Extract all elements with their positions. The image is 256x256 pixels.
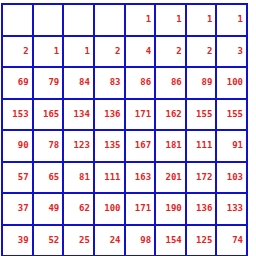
- grid-cell[interactable]: 83: [95, 68, 126, 100]
- grid-cell[interactable]: 65: [34, 163, 65, 195]
- grid-cell[interactable]: 57: [3, 163, 34, 195]
- grid-cell[interactable]: 201: [156, 163, 187, 195]
- grid-cell[interactable]: [34, 5, 65, 37]
- grid-cell[interactable]: 1: [156, 5, 187, 37]
- grid-cell[interactable]: 133: [217, 194, 248, 226]
- grid-cell[interactable]: 90: [3, 131, 34, 163]
- grid-cell[interactable]: 136: [95, 100, 126, 132]
- grid-cell[interactable]: 155: [217, 100, 248, 132]
- grid-cell[interactable]: 2: [95, 37, 126, 69]
- grid-cell[interactable]: 37: [3, 194, 34, 226]
- grid-cell[interactable]: 89: [187, 68, 218, 100]
- puzzle-grid: 1111211242236979848386868910015316513413…: [1, 3, 248, 256]
- grid-cell[interactable]: 86: [156, 68, 187, 100]
- grid-cell[interactable]: [64, 5, 95, 37]
- grid-cell[interactable]: 1: [187, 5, 218, 37]
- grid-cell[interactable]: 135: [95, 131, 126, 163]
- grid-cell[interactable]: 39: [3, 226, 34, 256]
- grid-cell[interactable]: 62: [64, 194, 95, 226]
- grid-cell[interactable]: 103: [217, 163, 248, 195]
- grid-cell[interactable]: 165: [34, 100, 65, 132]
- grid-cell[interactable]: 171: [126, 194, 157, 226]
- grid-cell[interactable]: 3: [217, 37, 248, 69]
- grid-cell[interactable]: 162: [156, 100, 187, 132]
- grid-cell[interactable]: 69: [3, 68, 34, 100]
- grid-cell[interactable]: 100: [95, 194, 126, 226]
- grid-cell[interactable]: 125: [187, 226, 218, 256]
- grid-cell[interactable]: 163: [126, 163, 157, 195]
- grid-cell[interactable]: 74: [217, 226, 248, 256]
- grid-cell[interactable]: 79: [34, 68, 65, 100]
- grid-cell[interactable]: 78: [34, 131, 65, 163]
- grid-cell[interactable]: 84: [64, 68, 95, 100]
- grid-cell[interactable]: 153: [3, 100, 34, 132]
- grid-cell[interactable]: 181: [156, 131, 187, 163]
- grid-cell[interactable]: 154: [156, 226, 187, 256]
- grid-cell[interactable]: 111: [187, 131, 218, 163]
- grid-cell[interactable]: 49: [34, 194, 65, 226]
- grid-cell[interactable]: 2: [3, 37, 34, 69]
- grid-cell[interactable]: 24: [95, 226, 126, 256]
- grid-cell[interactable]: 52: [34, 226, 65, 256]
- grid-cell[interactable]: 25: [64, 226, 95, 256]
- grid-cell[interactable]: 98: [126, 226, 157, 256]
- grid-cell[interactable]: 4: [126, 37, 157, 69]
- screen: 1111211242236979848386868910015316513413…: [0, 0, 256, 256]
- grid-cell[interactable]: [3, 5, 34, 37]
- grid-cell[interactable]: 190: [156, 194, 187, 226]
- grid-cell[interactable]: 1: [217, 5, 248, 37]
- grid-cell[interactable]: 2: [156, 37, 187, 69]
- grid-cell[interactable]: 2: [187, 37, 218, 69]
- grid-cell[interactable]: 81: [64, 163, 95, 195]
- grid-cell[interactable]: 167: [126, 131, 157, 163]
- grid-cell[interactable]: 1: [34, 37, 65, 69]
- grid-cell[interactable]: 136: [187, 194, 218, 226]
- grid-cell[interactable]: 134: [64, 100, 95, 132]
- grid-cell[interactable]: 91: [217, 131, 248, 163]
- grid-cell[interactable]: 86: [126, 68, 157, 100]
- grid-cell[interactable]: 172: [187, 163, 218, 195]
- grid-cell[interactable]: 100: [217, 68, 248, 100]
- grid-cell[interactable]: 171: [126, 100, 157, 132]
- grid-cell[interactable]: 155: [187, 100, 218, 132]
- grid-cell[interactable]: 1: [126, 5, 157, 37]
- grid-cell[interactable]: [95, 5, 126, 37]
- grid-cell[interactable]: 1: [64, 37, 95, 69]
- grid-cell[interactable]: 123: [64, 131, 95, 163]
- grid-cell[interactable]: 111: [95, 163, 126, 195]
